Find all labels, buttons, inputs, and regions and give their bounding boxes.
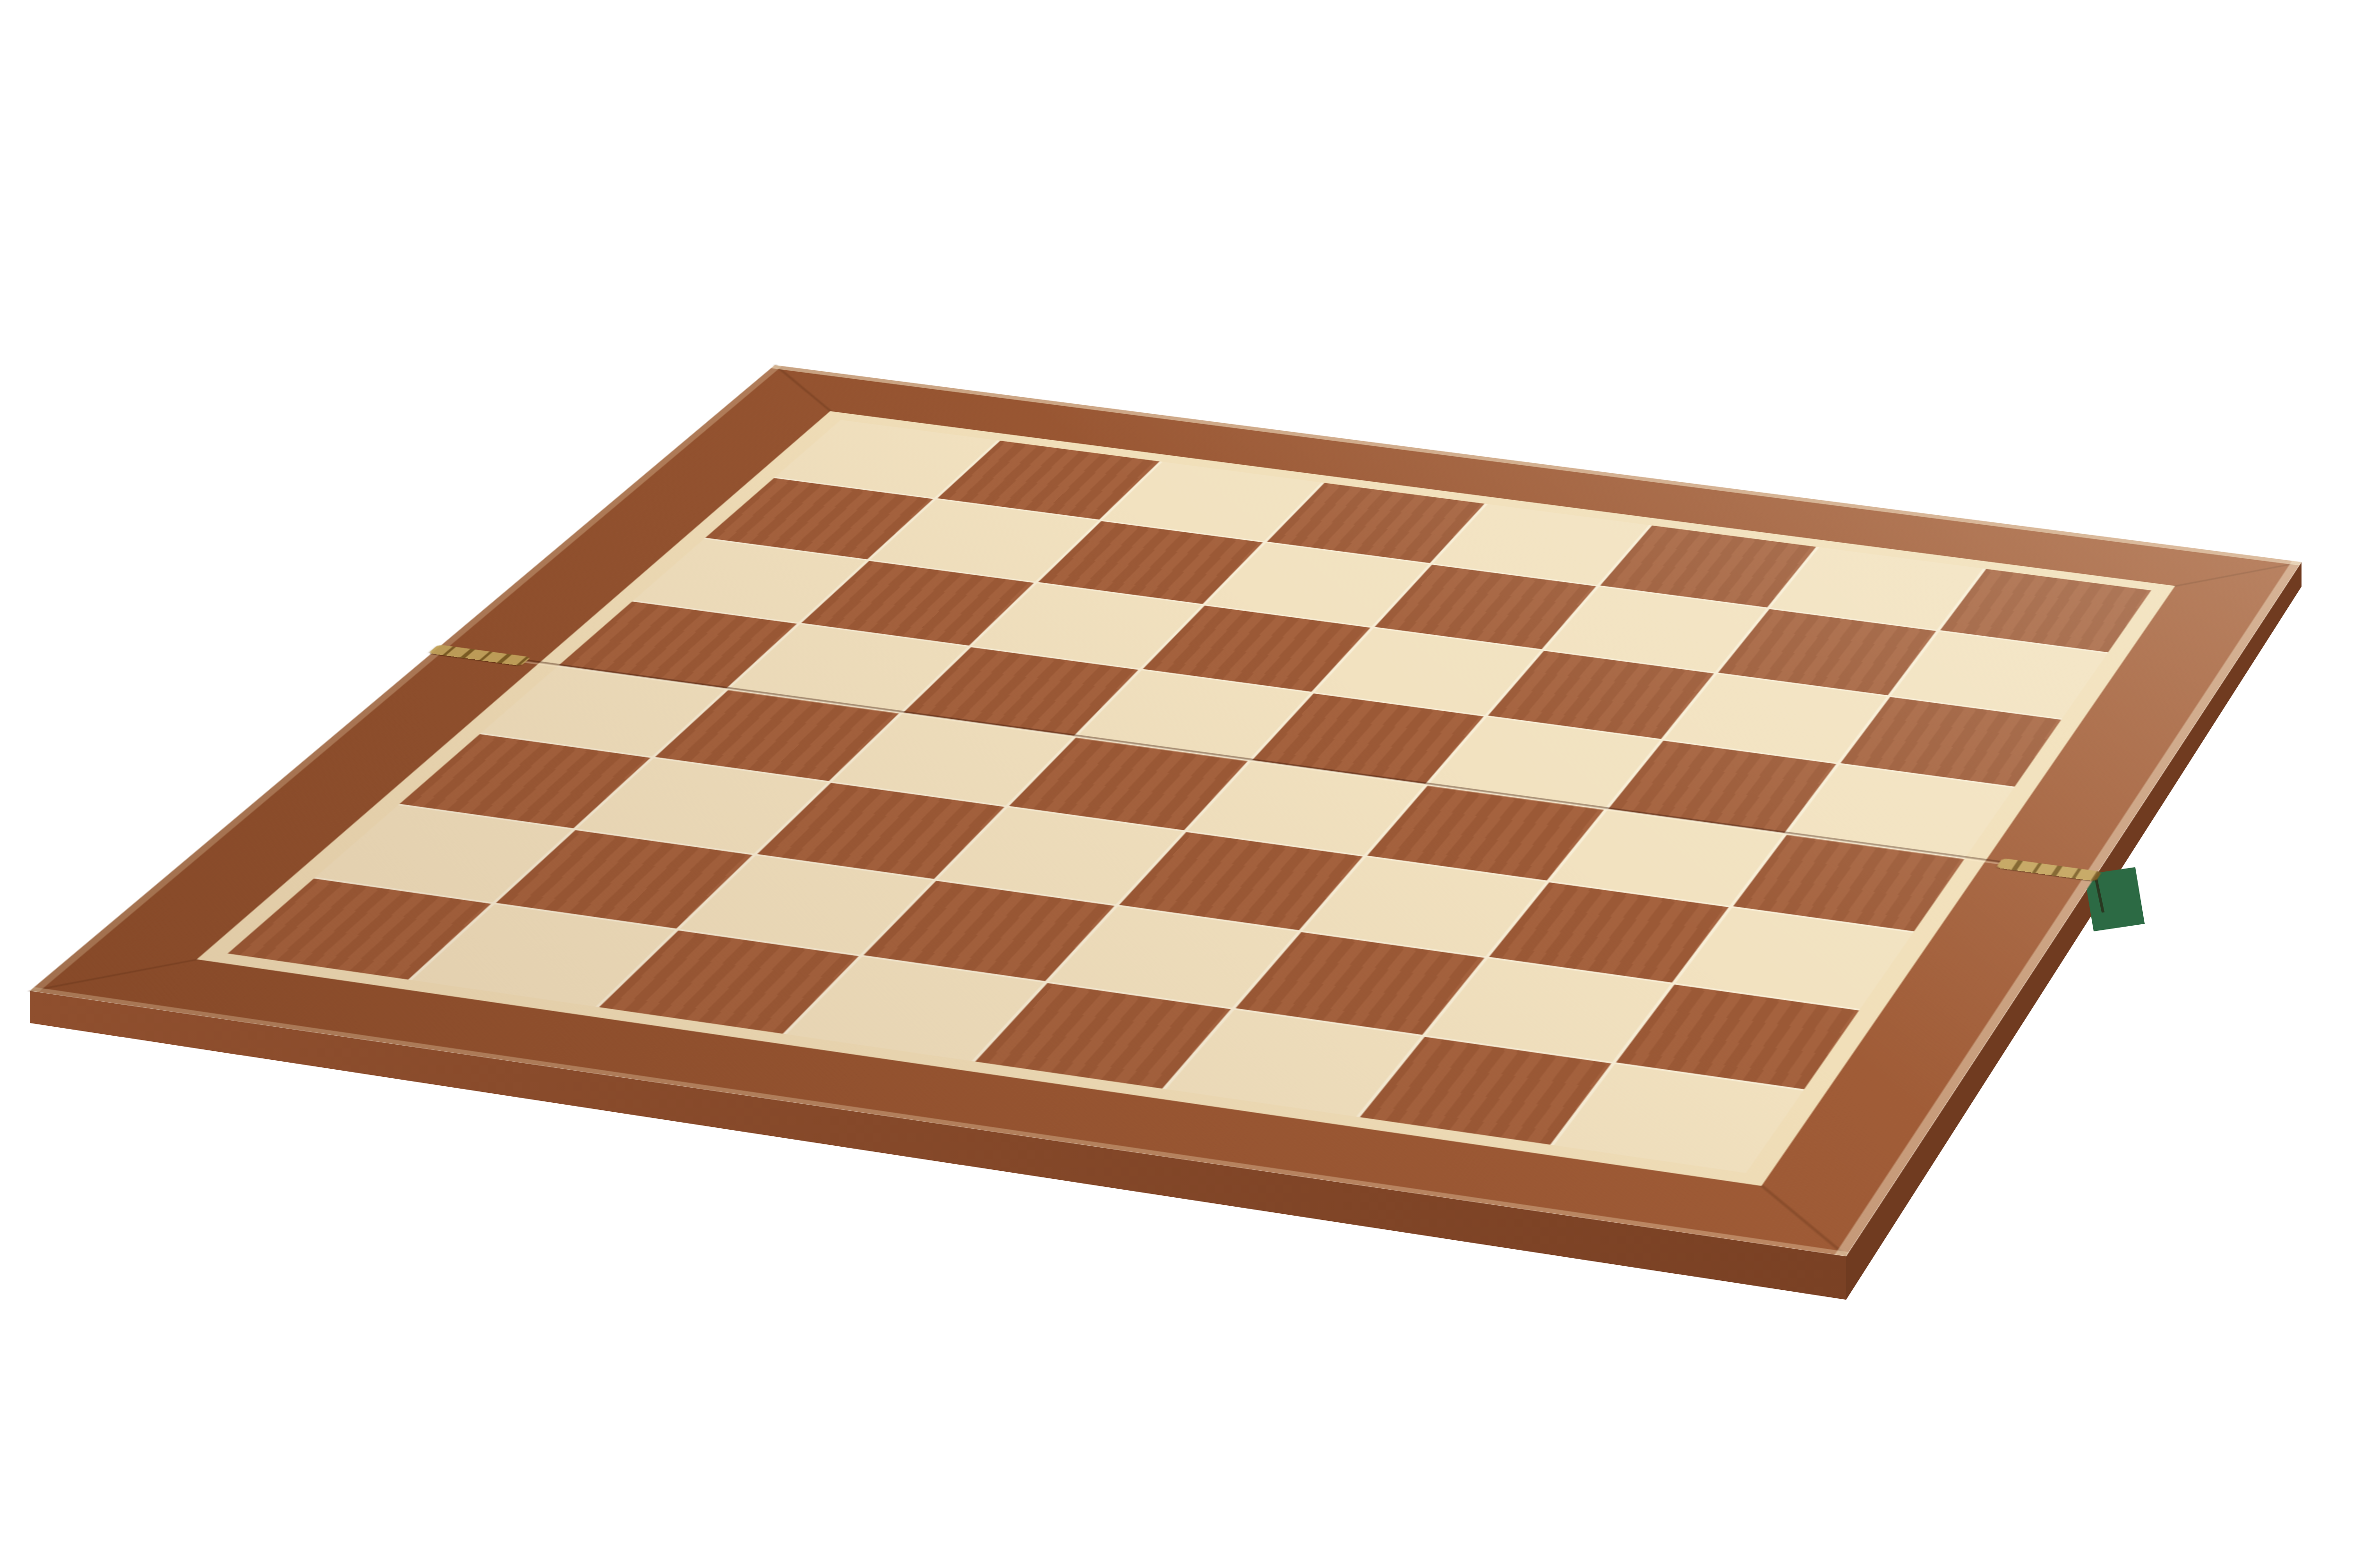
chessboard-photo [0,0,2353,1568]
photo-viewport [0,0,2353,1568]
